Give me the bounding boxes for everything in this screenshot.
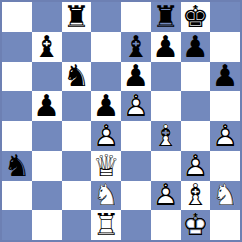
square-d5[interactable]: ♟	[91, 91, 121, 121]
square-c1[interactable]	[62, 210, 92, 240]
square-h3[interactable]	[210, 151, 240, 181]
white-pawn-f2[interactable]: ♟♙	[151, 181, 181, 211]
white-pawn-d4[interactable]: ♟♙	[91, 121, 121, 151]
square-h2[interactable]: ♞♘	[210, 181, 240, 211]
square-e4[interactable]	[121, 121, 151, 151]
square-d6[interactable]	[91, 62, 121, 92]
chess-board: ♜♜♚♝♝♟♟♞♟♟♟♟♟♙♟♙♝♗♟♙♞♛♕♟♙♞♘♟♙♝♗♞♘♜♖♚♔	[0, 0, 242, 242]
square-h5[interactable]	[210, 91, 240, 121]
black-knight-c6[interactable]: ♞	[62, 62, 92, 92]
square-f3[interactable]	[151, 151, 181, 181]
square-g2[interactable]: ♝♗	[181, 181, 211, 211]
square-a1[interactable]	[2, 210, 32, 240]
square-a5[interactable]	[2, 91, 32, 121]
white-pawn-h4[interactable]: ♟♙	[210, 121, 240, 151]
white-king-g1[interactable]: ♚♔	[181, 210, 211, 240]
black-pawn-h6[interactable]: ♟	[210, 62, 240, 92]
square-b7[interactable]: ♝	[32, 32, 62, 62]
square-d2[interactable]: ♞♘	[91, 181, 121, 211]
square-c8[interactable]: ♜	[62, 2, 92, 32]
square-a8[interactable]	[2, 2, 32, 32]
square-b3[interactable]	[32, 151, 62, 181]
black-pawn-e6[interactable]: ♟	[121, 62, 151, 92]
square-a4[interactable]	[2, 121, 32, 151]
square-g8[interactable]: ♚	[181, 2, 211, 32]
black-rook-f8[interactable]: ♜	[151, 2, 181, 32]
square-g7[interactable]: ♟	[181, 32, 211, 62]
square-e5[interactable]: ♟♙	[121, 91, 151, 121]
square-b5[interactable]: ♟	[32, 91, 62, 121]
square-h1[interactable]	[210, 210, 240, 240]
white-bishop-g2[interactable]: ♝♗	[181, 181, 211, 211]
square-e6[interactable]: ♟	[121, 62, 151, 92]
square-e1[interactable]	[121, 210, 151, 240]
white-knight-h2[interactable]: ♞♘	[210, 181, 240, 211]
square-e2[interactable]	[121, 181, 151, 211]
black-pawn-b5[interactable]: ♟	[32, 91, 62, 121]
square-g5[interactable]	[181, 91, 211, 121]
black-rook-c8[interactable]: ♜	[62, 2, 92, 32]
square-d7[interactable]	[91, 32, 121, 62]
white-queen-d3[interactable]: ♛♕	[91, 151, 121, 181]
square-f4[interactable]: ♝♗	[151, 121, 181, 151]
black-bishop-b7[interactable]: ♝	[32, 32, 62, 62]
black-pawn-f7[interactable]: ♟	[151, 32, 181, 62]
square-a3[interactable]: ♞	[2, 151, 32, 181]
square-c4[interactable]	[62, 121, 92, 151]
square-b1[interactable]	[32, 210, 62, 240]
square-h8[interactable]	[210, 2, 240, 32]
white-bishop-f4[interactable]: ♝♗	[151, 121, 181, 151]
square-g1[interactable]: ♚♔	[181, 210, 211, 240]
square-g3[interactable]: ♟♙	[181, 151, 211, 181]
black-bishop-e7[interactable]: ♝	[121, 32, 151, 62]
square-h6[interactable]: ♟	[210, 62, 240, 92]
square-g6[interactable]	[181, 62, 211, 92]
square-f8[interactable]: ♜	[151, 2, 181, 32]
square-h7[interactable]	[210, 32, 240, 62]
black-king-g8[interactable]: ♚	[181, 2, 211, 32]
black-pawn-g7[interactable]: ♟	[181, 32, 211, 62]
square-e8[interactable]	[121, 2, 151, 32]
square-b2[interactable]	[32, 181, 62, 211]
white-pawn-g3[interactable]: ♟♙	[181, 151, 211, 181]
square-f5[interactable]	[151, 91, 181, 121]
square-f6[interactable]	[151, 62, 181, 92]
square-c6[interactable]: ♞	[62, 62, 92, 92]
square-d3[interactable]: ♛♕	[91, 151, 121, 181]
square-c5[interactable]	[62, 91, 92, 121]
square-b8[interactable]	[32, 2, 62, 32]
black-knight-a3[interactable]: ♞	[2, 151, 32, 181]
white-knight-d2[interactable]: ♞♘	[91, 181, 121, 211]
square-g4[interactable]	[181, 121, 211, 151]
white-rook-d1[interactable]: ♜♖	[91, 210, 121, 240]
square-b4[interactable]	[32, 121, 62, 151]
square-c2[interactable]	[62, 181, 92, 211]
square-h4[interactable]: ♟♙	[210, 121, 240, 151]
square-a7[interactable]	[2, 32, 32, 62]
square-d4[interactable]: ♟♙	[91, 121, 121, 151]
square-e3[interactable]	[121, 151, 151, 181]
square-e7[interactable]: ♝	[121, 32, 151, 62]
square-f2[interactable]: ♟♙	[151, 181, 181, 211]
square-f1[interactable]	[151, 210, 181, 240]
black-pawn-d5[interactable]: ♟	[91, 91, 121, 121]
square-c7[interactable]	[62, 32, 92, 62]
square-a2[interactable]	[2, 181, 32, 211]
square-b6[interactable]	[32, 62, 62, 92]
square-f7[interactable]: ♟	[151, 32, 181, 62]
white-pawn-e5[interactable]: ♟♙	[121, 91, 151, 121]
square-c3[interactable]	[62, 151, 92, 181]
square-d8[interactable]	[91, 2, 121, 32]
square-a6[interactable]	[2, 62, 32, 92]
square-d1[interactable]: ♜♖	[91, 210, 121, 240]
